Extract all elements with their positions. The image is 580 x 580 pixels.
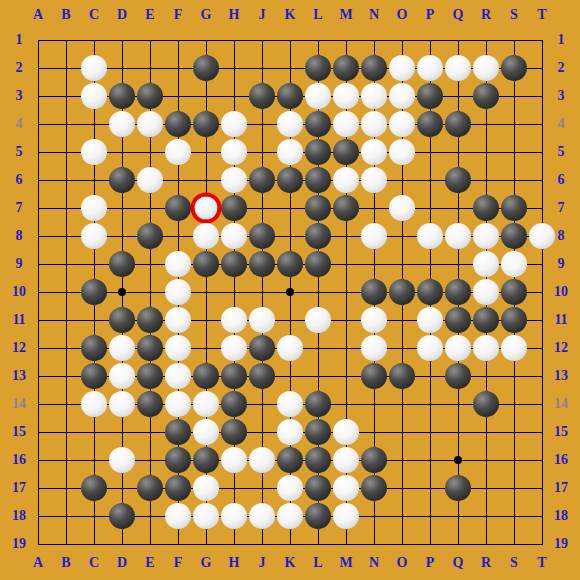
white-stone-F12[interactable] — [165, 335, 191, 361]
black-stone-P4[interactable] — [417, 111, 443, 137]
black-stone-P10[interactable] — [417, 279, 443, 305]
black-stone-L2[interactable] — [305, 55, 331, 81]
white-stone-N6[interactable] — [361, 167, 387, 193]
black-stone-Q11[interactable] — [445, 307, 471, 333]
column-label-top: F — [174, 8, 183, 22]
black-stone-Q13[interactable] — [445, 363, 471, 389]
black-stone-L9[interactable] — [305, 251, 331, 277]
black-stone-N10[interactable] — [361, 279, 387, 305]
white-stone-Q2[interactable] — [445, 55, 471, 81]
white-stone-G7-last-move-marker[interactable] — [191, 193, 222, 224]
black-stone-H9[interactable] — [221, 251, 247, 277]
white-stone-E4[interactable] — [137, 111, 163, 137]
white-stone-G8[interactable] — [193, 223, 219, 249]
white-stone-O5[interactable] — [389, 139, 415, 165]
row-label-left: 7 — [16, 201, 23, 215]
black-stone-L15[interactable] — [305, 419, 331, 445]
black-stone-M7[interactable] — [333, 195, 359, 221]
white-stone-L11[interactable] — [305, 307, 331, 333]
black-stone-E3[interactable] — [137, 83, 163, 109]
white-stone-D4[interactable] — [109, 111, 135, 137]
black-stone-Q10[interactable] — [445, 279, 471, 305]
white-stone-D12[interactable] — [109, 335, 135, 361]
white-stone-F10[interactable] — [165, 279, 191, 305]
row-label-left: 1 — [16, 33, 23, 47]
black-stone-G4[interactable] — [193, 111, 219, 137]
white-stone-P2[interactable] — [417, 55, 443, 81]
white-stone-S12[interactable] — [501, 335, 527, 361]
black-stone-D18[interactable] — [109, 503, 135, 529]
black-stone-L18[interactable] — [305, 503, 331, 529]
black-stone-R3[interactable] — [473, 83, 499, 109]
white-stone-J18[interactable] — [249, 503, 275, 529]
black-stone-L4[interactable] — [305, 111, 331, 137]
row-label-right: 6 — [558, 173, 565, 187]
row-label-right: 4 — [558, 117, 565, 131]
column-label-top: Q — [453, 8, 464, 22]
black-stone-L5[interactable] — [305, 139, 331, 165]
black-stone-K6[interactable] — [277, 167, 303, 193]
column-label-bottom: B — [61, 556, 70, 570]
white-stone-M18[interactable] — [333, 503, 359, 529]
white-stone-E6[interactable] — [137, 167, 163, 193]
column-label-bottom: F — [174, 556, 183, 570]
black-stone-D6[interactable] — [109, 167, 135, 193]
column-label-bottom: M — [339, 556, 352, 570]
column-label-bottom: T — [537, 556, 546, 570]
row-label-right: 10 — [554, 285, 568, 299]
white-stone-F5[interactable] — [165, 139, 191, 165]
black-stone-S2[interactable] — [501, 55, 527, 81]
black-stone-R7[interactable] — [473, 195, 499, 221]
column-label-bottom: Q — [453, 556, 464, 570]
column-label-top: D — [117, 8, 127, 22]
row-label-left: 18 — [12, 509, 26, 523]
black-stone-J6[interactable] — [249, 167, 275, 193]
black-stone-R11[interactable] — [473, 307, 499, 333]
row-label-left: 5 — [16, 145, 23, 159]
white-stone-C7[interactable] — [81, 195, 107, 221]
column-label-bottom: J — [259, 556, 266, 570]
grid-line-horizontal — [38, 544, 543, 545]
white-stone-R10[interactable] — [473, 279, 499, 305]
black-stone-F17[interactable] — [165, 475, 191, 501]
black-stone-N17[interactable] — [361, 475, 387, 501]
row-label-right: 7 — [558, 201, 565, 215]
white-stone-R9[interactable] — [473, 251, 499, 277]
white-stone-M6[interactable] — [333, 167, 359, 193]
white-stone-M17[interactable] — [333, 475, 359, 501]
black-stone-G2[interactable] — [193, 55, 219, 81]
row-label-right: 12 — [554, 341, 568, 355]
black-stone-G9[interactable] — [193, 251, 219, 277]
white-stone-O3[interactable] — [389, 83, 415, 109]
column-label-bottom: K — [285, 556, 296, 570]
row-label-right: 18 — [554, 509, 568, 523]
row-label-left: 10 — [12, 285, 26, 299]
black-stone-S7[interactable] — [501, 195, 527, 221]
row-label-left: 12 — [12, 341, 26, 355]
column-label-top: T — [537, 8, 546, 22]
black-stone-O10[interactable] — [389, 279, 415, 305]
white-stone-H6[interactable] — [221, 167, 247, 193]
white-stone-N5[interactable] — [361, 139, 387, 165]
white-stone-C2[interactable] — [81, 55, 107, 81]
row-label-right: 11 — [554, 313, 567, 327]
black-stone-J3[interactable] — [249, 83, 275, 109]
white-stone-N11[interactable] — [361, 307, 387, 333]
black-stone-H14[interactable] — [221, 391, 247, 417]
black-stone-P3[interactable] — [417, 83, 443, 109]
black-stone-K9[interactable] — [277, 251, 303, 277]
star-point — [454, 456, 462, 464]
white-stone-M15[interactable] — [333, 419, 359, 445]
row-label-left: 2 — [16, 61, 23, 75]
black-stone-G13[interactable] — [193, 363, 219, 389]
black-stone-E14[interactable] — [137, 391, 163, 417]
column-label-top: K — [285, 8, 296, 22]
white-stone-M4[interactable] — [333, 111, 359, 137]
column-label-top: C — [89, 8, 99, 22]
row-label-left: 13 — [12, 369, 26, 383]
white-stone-D13[interactable] — [109, 363, 135, 389]
black-stone-L16[interactable] — [305, 447, 331, 473]
white-stone-J16[interactable] — [249, 447, 275, 473]
white-stone-P11[interactable] — [417, 307, 443, 333]
black-stone-K16[interactable] — [277, 447, 303, 473]
white-stone-R12[interactable] — [473, 335, 499, 361]
black-stone-J13[interactable] — [249, 363, 275, 389]
white-stone-F9[interactable] — [165, 251, 191, 277]
black-stone-E13[interactable] — [137, 363, 163, 389]
white-stone-H5[interactable] — [221, 139, 247, 165]
column-label-top: M — [339, 8, 352, 22]
black-stone-E11[interactable] — [137, 307, 163, 333]
black-stone-N2[interactable] — [361, 55, 387, 81]
row-label-right: 13 — [554, 369, 568, 383]
black-stone-L17[interactable] — [305, 475, 331, 501]
black-stone-M2[interactable] — [333, 55, 359, 81]
white-stone-C8[interactable] — [81, 223, 107, 249]
black-stone-J12[interactable] — [249, 335, 275, 361]
column-label-top: H — [229, 8, 240, 22]
black-stone-L8[interactable] — [305, 223, 331, 249]
column-label-bottom: S — [510, 556, 518, 570]
white-stone-G14[interactable] — [193, 391, 219, 417]
black-stone-L7[interactable] — [305, 195, 331, 221]
column-label-bottom: D — [117, 556, 127, 570]
column-label-bottom: C — [89, 556, 99, 570]
black-stone-J9[interactable] — [249, 251, 275, 277]
black-stone-O13[interactable] — [389, 363, 415, 389]
column-label-top: S — [510, 8, 518, 22]
row-label-left: 4 — [16, 117, 23, 131]
black-stone-F16[interactable] — [165, 447, 191, 473]
column-label-bottom: O — [397, 556, 408, 570]
white-stone-Q12[interactable] — [445, 335, 471, 361]
white-stone-K14[interactable] — [277, 391, 303, 417]
row-label-left: 15 — [12, 425, 26, 439]
row-label-left: 17 — [12, 481, 26, 495]
black-stone-C10[interactable] — [81, 279, 107, 305]
row-label-right: 17 — [554, 481, 568, 495]
white-stone-J11[interactable] — [249, 307, 275, 333]
row-label-right: 14 — [554, 397, 568, 411]
black-stone-L14[interactable] — [305, 391, 331, 417]
column-label-top: A — [33, 8, 43, 22]
row-label-right: 2 — [558, 61, 565, 75]
white-stone-H8[interactable] — [221, 223, 247, 249]
row-label-right: 5 — [558, 145, 565, 159]
column-label-top: P — [426, 8, 435, 22]
star-point — [118, 288, 126, 296]
column-label-bottom: P — [426, 556, 435, 570]
column-label-bottom: E — [145, 556, 154, 570]
white-stone-M3[interactable] — [333, 83, 359, 109]
column-label-bottom: H — [229, 556, 240, 570]
white-stone-O4[interactable] — [389, 111, 415, 137]
row-label-right: 16 — [554, 453, 568, 467]
white-stone-H18[interactable] — [221, 503, 247, 529]
white-stone-C14[interactable] — [81, 391, 107, 417]
black-stone-D11[interactable] — [109, 307, 135, 333]
black-stone-S10[interactable] — [501, 279, 527, 305]
column-label-top: J — [259, 8, 266, 22]
white-stone-N3[interactable] — [361, 83, 387, 109]
black-stone-H15[interactable] — [221, 419, 247, 445]
black-stone-L6[interactable] — [305, 167, 331, 193]
row-label-left: 3 — [16, 89, 23, 103]
row-label-left: 9 — [16, 257, 23, 271]
white-stone-G15[interactable] — [193, 419, 219, 445]
black-stone-H13[interactable] — [221, 363, 247, 389]
white-stone-N8[interactable] — [361, 223, 387, 249]
white-stone-Q8[interactable] — [445, 223, 471, 249]
white-stone-N4[interactable] — [361, 111, 387, 137]
row-label-left: 14 — [12, 397, 26, 411]
black-stone-F4[interactable] — [165, 111, 191, 137]
row-label-left: 6 — [16, 173, 23, 187]
black-stone-F7[interactable] — [165, 195, 191, 221]
row-label-left: 19 — [12, 537, 26, 551]
column-label-top: O — [397, 8, 408, 22]
black-stone-S11[interactable] — [501, 307, 527, 333]
row-label-right: 3 — [558, 89, 565, 103]
black-stone-H7[interactable] — [221, 195, 247, 221]
black-stone-E12[interactable] — [137, 335, 163, 361]
white-stone-L3[interactable] — [305, 83, 331, 109]
white-stone-F13[interactable] — [165, 363, 191, 389]
grid-line-vertical — [542, 40, 543, 545]
white-stone-F18[interactable] — [165, 503, 191, 529]
black-stone-Q4[interactable] — [445, 111, 471, 137]
star-point — [286, 288, 294, 296]
white-stone-H4[interactable] — [221, 111, 247, 137]
black-stone-E17[interactable] — [137, 475, 163, 501]
black-stone-Q17[interactable] — [445, 475, 471, 501]
column-label-top: N — [369, 8, 379, 22]
row-label-left: 16 — [12, 453, 26, 467]
white-stone-K12[interactable] — [277, 335, 303, 361]
go-board: AABBCCDDEEFFGGHHJJKKLLMMNNOOPPQQRRSSTT11… — [0, 0, 580, 580]
row-label-right: 1 — [558, 33, 565, 47]
column-label-top: R — [481, 8, 491, 22]
white-stone-R8[interactable] — [473, 223, 499, 249]
black-stone-M5[interactable] — [333, 139, 359, 165]
white-stone-O2[interactable] — [389, 55, 415, 81]
black-stone-Q6[interactable] — [445, 167, 471, 193]
black-stone-C12[interactable] — [81, 335, 107, 361]
white-stone-F14[interactable] — [165, 391, 191, 417]
white-stone-F11[interactable] — [165, 307, 191, 333]
white-stone-D16[interactable] — [109, 447, 135, 473]
white-stone-P8[interactable] — [417, 223, 443, 249]
white-stone-K17[interactable] — [277, 475, 303, 501]
black-stone-E8[interactable] — [137, 223, 163, 249]
black-stone-N13[interactable] — [361, 363, 387, 389]
white-stone-T8[interactable] — [529, 223, 555, 249]
white-stone-R2[interactable] — [473, 55, 499, 81]
row-label-right: 8 — [558, 229, 565, 243]
black-stone-J8[interactable] — [249, 223, 275, 249]
column-label-top: B — [61, 8, 70, 22]
column-label-bottom: N — [369, 556, 379, 570]
row-label-right: 19 — [554, 537, 568, 551]
white-stone-H11[interactable] — [221, 307, 247, 333]
black-stone-C17[interactable] — [81, 475, 107, 501]
white-stone-K4[interactable] — [277, 111, 303, 137]
black-stone-K3[interactable] — [277, 83, 303, 109]
white-stone-K15[interactable] — [277, 419, 303, 445]
white-stone-K5[interactable] — [277, 139, 303, 165]
black-stone-R14[interactable] — [473, 391, 499, 417]
white-stone-M16[interactable] — [333, 447, 359, 473]
white-stone-N12[interactable] — [361, 335, 387, 361]
white-stone-C5[interactable] — [81, 139, 107, 165]
black-stone-N16[interactable] — [361, 447, 387, 473]
white-stone-D14[interactable] — [109, 391, 135, 417]
column-label-bottom: G — [201, 556, 212, 570]
black-stone-C13[interactable] — [81, 363, 107, 389]
white-stone-H12[interactable] — [221, 335, 247, 361]
column-label-top: L — [313, 8, 322, 22]
row-label-right: 9 — [558, 257, 565, 271]
black-stone-G16[interactable] — [193, 447, 219, 473]
black-stone-D3[interactable] — [109, 83, 135, 109]
white-stone-O7[interactable] — [389, 195, 415, 221]
black-stone-F15[interactable] — [165, 419, 191, 445]
black-stone-D9[interactable] — [109, 251, 135, 277]
white-stone-H16[interactable] — [221, 447, 247, 473]
column-label-bottom: R — [481, 556, 491, 570]
white-stone-C3[interactable] — [81, 83, 107, 109]
white-stone-S9[interactable] — [501, 251, 527, 277]
white-stone-K18[interactable] — [277, 503, 303, 529]
column-label-top: E — [145, 8, 154, 22]
row-label-left: 8 — [16, 229, 23, 243]
column-label-bottom: A — [33, 556, 43, 570]
black-stone-S8[interactable] — [501, 223, 527, 249]
row-label-right: 15 — [554, 425, 568, 439]
row-label-left: 11 — [12, 313, 25, 327]
column-label-bottom: L — [313, 556, 322, 570]
white-stone-G18[interactable] — [193, 503, 219, 529]
white-stone-G17[interactable] — [193, 475, 219, 501]
column-label-top: G — [201, 8, 212, 22]
white-stone-P12[interactable] — [417, 335, 443, 361]
